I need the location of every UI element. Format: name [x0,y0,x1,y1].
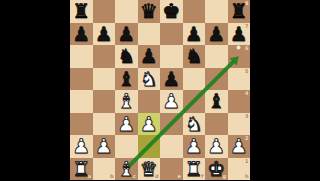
piece-white-pawn[interactable]: ♟ [162,90,180,113]
piece-black-pawn[interactable]: ♟ [185,23,203,46]
letterbox-left [0,0,70,180]
square-e3[interactable] [160,113,183,136]
square-b6[interactable] [93,45,116,68]
square-h7[interactable]: ♟7 [228,23,251,46]
square-e7[interactable] [160,23,183,46]
coord-rank-1: 1 [245,159,248,164]
square-g3[interactable] [205,113,228,136]
coord-rank-3: 3 [245,114,248,119]
square-h5[interactable]: 5 [228,68,251,91]
video-frame: ♜♛♚♜8♟♟♟♟♟♟7♞♟♞6♝♞♟5♝♟♝4♟♟♞3♟♟♟♟♟2♜ab♝c♛… [0,0,320,180]
square-d3[interactable]: ♟ [138,113,161,136]
square-d1[interactable]: ♛d [138,158,161,181]
piece-white-knight[interactable]: ♞ [140,68,158,91]
square-f5[interactable] [183,68,206,91]
square-e5[interactable]: ♟ [160,68,183,91]
square-g1[interactable]: ♚g [205,158,228,181]
square-f1[interactable]: ♜f [183,158,206,181]
square-d8[interactable]: ♛ [138,0,161,23]
square-a7[interactable]: ♟ [70,23,93,46]
piece-white-pawn[interactable]: ♟ [185,135,203,158]
piece-white-bishop[interactable]: ♝ [117,158,135,181]
square-b3[interactable] [93,113,116,136]
square-c3[interactable]: ♟ [115,113,138,136]
square-c4[interactable]: ♝ [115,90,138,113]
piece-black-knight[interactable]: ♞ [185,45,203,68]
square-e1[interactable]: e [160,158,183,181]
square-a4[interactable] [70,90,93,113]
square-e4[interactable]: ♟ [160,90,183,113]
piece-white-pawn[interactable]: ♟ [72,135,90,158]
square-a1[interactable]: ♜a [70,158,93,181]
square-b4[interactable] [93,90,116,113]
piece-white-pawn[interactable]: ♟ [117,113,135,136]
coord-rank-4: 4 [245,91,248,96]
piece-black-queen[interactable]: ♛ [140,0,158,23]
square-a2[interactable]: ♟ [70,135,93,158]
square-h8[interactable]: ♜8 [228,0,251,23]
square-g8[interactable] [205,0,228,23]
piece-black-pawn[interactable]: ♟ [230,23,248,46]
piece-black-knight[interactable]: ♞ [117,45,135,68]
square-b1[interactable]: b [93,158,116,181]
square-c5[interactable]: ♝ [115,68,138,91]
piece-white-pawn[interactable]: ♟ [140,113,158,136]
square-b5[interactable] [93,68,116,91]
square-f2[interactable]: ♟ [183,135,206,158]
square-h2[interactable]: ♟2 [228,135,251,158]
square-d6[interactable]: ♟ [138,45,161,68]
piece-white-king[interactable]: ♚ [207,158,225,181]
square-h1[interactable]: 1h [228,158,251,181]
square-c2[interactable] [115,135,138,158]
coord-file-h: h [245,174,249,179]
square-a6[interactable] [70,45,93,68]
coord-file-e: e [178,174,181,179]
piece-black-pawn[interactable]: ♟ [117,23,135,46]
square-b7[interactable]: ♟ [93,23,116,46]
square-b8[interactable] [93,0,116,23]
letterbox-right [250,0,320,180]
square-h4[interactable]: 4 [228,90,251,113]
piece-black-pawn[interactable]: ♟ [207,23,225,46]
square-e6[interactable] [160,45,183,68]
square-e8[interactable]: ♚ [160,0,183,23]
square-d2[interactable] [138,135,161,158]
piece-black-bishop[interactable]: ♝ [207,90,225,113]
piece-black-rook[interactable]: ♜ [72,0,90,23]
square-g7[interactable]: ♟ [205,23,228,46]
piece-black-pawn[interactable]: ♟ [72,23,90,46]
square-g6[interactable] [205,45,228,68]
piece-white-bishop[interactable]: ♝ [117,90,135,113]
piece-black-pawn[interactable]: ♟ [140,45,158,68]
square-g2[interactable]: ♟ [205,135,228,158]
square-b2[interactable]: ♟ [93,135,116,158]
square-f6[interactable]: ♞ [183,45,206,68]
piece-white-pawn[interactable]: ♟ [95,135,113,158]
square-g5[interactable] [205,68,228,91]
piece-black-pawn[interactable]: ♟ [95,23,113,46]
square-c6[interactable]: ♞ [115,45,138,68]
square-h3[interactable]: 3 [228,113,251,136]
square-f3[interactable]: ♞ [183,113,206,136]
piece-black-king[interactable]: ♚ [162,0,180,23]
piece-white-rook[interactable]: ♜ [185,158,203,181]
square-e2[interactable] [160,135,183,158]
piece-black-pawn[interactable]: ♟ [162,68,180,91]
square-c7[interactable]: ♟ [115,23,138,46]
square-d4[interactable] [138,90,161,113]
piece-white-pawn[interactable]: ♟ [207,135,225,158]
coord-rank-5: 5 [245,69,248,74]
square-f7[interactable]: ♟ [183,23,206,46]
square-h6[interactable]: 6 [228,45,251,68]
chess-board[interactable]: ♜♛♚♜8♟♟♟♟♟♟7♞♟♞6♝♞♟5♝♟♝4♟♟♞3♟♟♟♟♟2♜ab♝c♛… [70,0,250,180]
square-d5[interactable]: ♞ [138,68,161,91]
piece-white-rook[interactable]: ♜ [72,158,90,181]
square-a8[interactable]: ♜ [70,0,93,23]
piece-white-pawn[interactable]: ♟ [230,135,248,158]
square-g4[interactable]: ♝ [205,90,228,113]
piece-black-bishop[interactable]: ♝ [117,68,135,91]
square-c1[interactable]: ♝c [115,158,138,181]
coord-rank-6: 6 [245,46,248,51]
square-f8[interactable] [183,0,206,23]
square-f4[interactable] [183,90,206,113]
square-a3[interactable] [70,113,93,136]
square-a5[interactable] [70,68,93,91]
square-d7[interactable] [138,23,161,46]
piece-white-queen[interactable]: ♛ [140,158,158,181]
square-c8[interactable] [115,0,138,23]
piece-black-rook[interactable]: ♜ [230,0,248,23]
coord-file-b: b [110,174,114,179]
piece-white-knight[interactable]: ♞ [185,113,203,136]
